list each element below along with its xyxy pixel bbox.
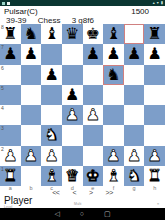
square-b7[interactable]: ♟ <box>21 44 42 64</box>
rank-label-4: 4 <box>1 106 4 111</box>
square-e3[interactable] <box>83 125 104 145</box>
square-g5[interactable] <box>124 85 145 105</box>
engine-status-text: Multi <box>74 202 81 206</box>
square-c1[interactable]: ♝ <box>41 166 62 186</box>
square-d7[interactable] <box>62 44 83 64</box>
square-c8[interactable]: ♝ <box>41 24 62 44</box>
rank-label-2: 2 <box>1 147 4 152</box>
square-b3[interactable] <box>21 125 42 145</box>
square-e7[interactable]: ♟ <box>83 44 104 64</box>
game-header: Pulsar(C) 1500 39-39 Chess 3 g8f6 <box>0 6 165 24</box>
chess-board[interactable]: ♜♞♝♛♚♝♜♟♟♟♟♟♟♟♞♟♟♟♞♟♟♟♟♟♟♜♝♛♚♝♞♜87654321 <box>0 24 165 186</box>
square-e2[interactable] <box>83 146 104 166</box>
black-pawn-piece: ♟ <box>83 44 104 64</box>
square-g7[interactable]: ♟ <box>124 44 145 64</box>
black-pawn-piece: ♟ <box>144 44 165 64</box>
black-pawn-piece: ♟ <box>62 85 83 105</box>
white-pawn-piece: ♟ <box>144 146 165 166</box>
square-c6[interactable]: ♟ <box>41 65 62 85</box>
white-pawn-piece: ♟ <box>103 146 124 166</box>
rank-label-1: 1 <box>1 167 4 172</box>
notification-icon <box>2 2 5 5</box>
white-pawn-piece: ♟ <box>41 146 62 166</box>
app-screen: ▴ ▾ ▮ Pulsar(C) 1500 39-39 Chess 3 g8f6 … <box>0 0 165 220</box>
square-d5[interactable]: ♟ <box>62 85 83 105</box>
white-king-piece: ♚ <box>83 166 104 186</box>
rank-label-3: 3 <box>1 126 4 131</box>
square-h3[interactable] <box>144 125 165 145</box>
black-knight-piece: ♞ <box>21 24 42 44</box>
square-h5[interactable] <box>144 85 165 105</box>
square-f8[interactable]: ♝ <box>103 24 124 44</box>
square-c4[interactable] <box>41 105 62 125</box>
battery-icon: ▮ <box>161 1 163 5</box>
menu-icon[interactable]: ≡ <box>157 202 159 206</box>
square-b2[interactable]: ♟ <box>21 146 42 166</box>
square-g1[interactable]: ♞ <box>124 166 145 186</box>
square-e4[interactable]: ♟ <box>83 105 104 125</box>
black-pawn-piece: ♟ <box>21 44 42 64</box>
square-c2[interactable]: ♟ <box>41 146 62 166</box>
opponent-name: Pulsar(C) <box>4 7 38 16</box>
square-d3[interactable] <box>62 125 83 145</box>
square-d8[interactable]: ♛ <box>62 24 83 44</box>
square-g6[interactable] <box>124 65 145 85</box>
white-pawn-piece: ♟ <box>21 146 42 166</box>
black-rook-piece: ♜ <box>144 24 165 44</box>
square-h8[interactable]: ♜ <box>144 24 165 44</box>
square-e1[interactable]: ♚ <box>83 166 104 186</box>
square-h4[interactable] <box>144 105 165 125</box>
rank-label-8: 8 <box>1 25 4 30</box>
opponent-clock: 1500 <box>131 7 149 16</box>
square-b1[interactable] <box>21 166 42 186</box>
square-f2[interactable]: ♟ <box>103 146 124 166</box>
square-c3[interactable]: ♞ <box>41 125 62 145</box>
square-f3[interactable] <box>103 125 124 145</box>
square-d1[interactable]: ♛ <box>62 166 83 186</box>
square-h1[interactable]: ♜ <box>144 166 165 186</box>
back-icon[interactable]: ◁ <box>54 210 59 218</box>
black-bishop-piece: ♝ <box>103 24 124 44</box>
black-pawn-piece: ♟ <box>41 65 62 85</box>
square-c7[interactable] <box>41 44 62 64</box>
android-nav-bar: ◁ ○ ▢ <box>0 208 165 220</box>
square-f4[interactable] <box>103 105 124 125</box>
signal-icon: ▾ <box>157 1 159 5</box>
white-pawn-piece: ♟ <box>83 105 104 125</box>
white-knight-piece: ♞ <box>41 125 62 145</box>
black-bishop-piece: ♝ <box>41 24 62 44</box>
square-d6[interactable] <box>62 65 83 85</box>
header-line-1: Pulsar(C) 1500 <box>0 6 165 16</box>
square-e8[interactable]: ♚ <box>83 24 104 44</box>
square-g4[interactable] <box>124 105 145 125</box>
black-king-piece: ♚ <box>83 24 104 44</box>
square-d2[interactable] <box>62 146 83 166</box>
black-queen-piece: ♛ <box>62 24 83 44</box>
white-bishop-piece: ♝ <box>103 166 124 186</box>
notification-icon-2 <box>7 2 10 5</box>
rank-label-7: 7 <box>1 45 4 50</box>
wifi-icon: ▴ <box>153 1 155 5</box>
square-b4[interactable] <box>21 105 42 125</box>
square-g3[interactable] <box>124 125 145 145</box>
recents-icon[interactable]: ▢ <box>104 210 111 218</box>
status-system-icons: ▴ ▾ ▮ <box>153 1 163 5</box>
square-b6[interactable] <box>21 65 42 85</box>
square-f7[interactable]: ♟ <box>103 44 124 64</box>
player-footer: Player Level Multi ≡ <box>0 195 165 208</box>
square-e6[interactable] <box>83 65 104 85</box>
black-pawn-piece: ♟ <box>124 44 145 64</box>
square-h6[interactable] <box>144 65 165 85</box>
black-knight-piece: ♞ <box>103 65 124 85</box>
rank-label-6: 6 <box>1 66 4 71</box>
square-e5[interactable] <box>83 85 104 105</box>
square-b8[interactable]: ♞ <box>21 24 42 44</box>
white-pawn-piece: ♟ <box>62 105 83 125</box>
status-notification-area <box>2 2 10 5</box>
black-pawn-piece: ♟ <box>103 44 124 64</box>
square-d4[interactable]: ♟ <box>62 105 83 125</box>
square-b5[interactable] <box>21 85 42 105</box>
rank-label-5: 5 <box>1 86 4 91</box>
square-f5[interactable] <box>103 85 124 105</box>
white-pawn-piece: ♟ <box>124 146 145 166</box>
square-g8[interactable] <box>124 24 145 44</box>
white-rook-piece: ♜ <box>144 166 165 186</box>
square-f6[interactable]: ♞ <box>103 65 124 85</box>
square-h2[interactable]: ♟ <box>144 146 165 166</box>
white-knight-piece: ♞ <box>124 166 145 186</box>
white-bishop-piece: ♝ <box>41 166 62 186</box>
square-h7[interactable]: ♟ <box>144 44 165 64</box>
home-icon[interactable]: ○ <box>80 210 84 218</box>
white-queen-piece: ♛ <box>62 166 83 186</box>
square-g2[interactable]: ♟ <box>124 146 145 166</box>
square-c5[interactable] <box>41 85 62 105</box>
square-f1[interactable]: ♝ <box>103 166 124 186</box>
